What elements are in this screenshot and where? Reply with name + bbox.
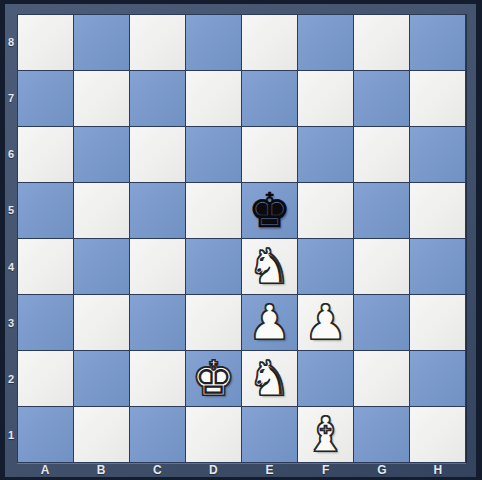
chess-board-window: 87654321 ♚♞♟♟♚♞♝ ABCDEFGH	[0, 0, 482, 480]
square-e5[interactable]: ♚	[242, 183, 297, 238]
rank-label-6: 6	[5, 126, 17, 182]
piece-white-king[interactable]: ♚	[186, 351, 241, 406]
square-d7[interactable]	[186, 71, 241, 126]
square-a8[interactable]	[18, 15, 73, 70]
square-b5[interactable]	[74, 183, 129, 238]
file-label-c: C	[129, 463, 185, 477]
board-frame: 87654321 ♚♞♟♟♚♞♝ ABCDEFGH	[5, 4, 476, 477]
square-g3[interactable]	[354, 295, 409, 350]
square-f2[interactable]	[298, 351, 353, 406]
square-d1[interactable]	[186, 407, 241, 462]
square-a1[interactable]	[18, 407, 73, 462]
square-h5[interactable]	[410, 183, 465, 238]
square-g4[interactable]	[354, 239, 409, 294]
square-f7[interactable]	[298, 71, 353, 126]
square-c8[interactable]	[130, 15, 185, 70]
square-c2[interactable]	[130, 351, 185, 406]
square-b6[interactable]	[74, 127, 129, 182]
square-e1[interactable]	[242, 407, 297, 462]
square-d6[interactable]	[186, 127, 241, 182]
file-labels: ABCDEFGH	[17, 463, 466, 477]
chess-board: ♚♞♟♟♚♞♝	[17, 14, 466, 463]
square-d2[interactable]: ♚	[186, 351, 241, 406]
square-d3[interactable]	[186, 295, 241, 350]
piece-white-knight[interactable]: ♞	[242, 351, 297, 406]
piece-black-king[interactable]: ♚	[242, 183, 297, 238]
square-a4[interactable]	[18, 239, 73, 294]
square-b1[interactable]	[74, 407, 129, 462]
square-e7[interactable]	[242, 71, 297, 126]
square-g5[interactable]	[354, 183, 409, 238]
rank-label-3: 3	[5, 295, 17, 351]
square-g8[interactable]	[354, 15, 409, 70]
square-a7[interactable]	[18, 71, 73, 126]
piece-white-knight[interactable]: ♞	[242, 239, 297, 294]
square-e3[interactable]: ♟	[242, 295, 297, 350]
square-f5[interactable]	[298, 183, 353, 238]
square-d8[interactable]	[186, 15, 241, 70]
rank-label-8: 8	[5, 14, 17, 70]
square-a3[interactable]	[18, 295, 73, 350]
square-e6[interactable]	[242, 127, 297, 182]
square-g6[interactable]	[354, 127, 409, 182]
square-h7[interactable]	[410, 71, 465, 126]
square-a6[interactable]	[18, 127, 73, 182]
file-label-f: F	[298, 463, 354, 477]
square-h1[interactable]	[410, 407, 465, 462]
square-g2[interactable]	[354, 351, 409, 406]
square-f6[interactable]	[298, 127, 353, 182]
square-b3[interactable]	[74, 295, 129, 350]
file-label-a: A	[17, 463, 73, 477]
square-b8[interactable]	[74, 15, 129, 70]
square-h3[interactable]	[410, 295, 465, 350]
square-c3[interactable]	[130, 295, 185, 350]
square-e4[interactable]: ♞	[242, 239, 297, 294]
piece-white-pawn[interactable]: ♟	[242, 295, 297, 350]
file-label-d: D	[185, 463, 241, 477]
square-f3[interactable]: ♟	[298, 295, 353, 350]
square-c5[interactable]	[130, 183, 185, 238]
file-label-g: G	[354, 463, 410, 477]
square-d4[interactable]	[186, 239, 241, 294]
square-g1[interactable]	[354, 407, 409, 462]
square-f8[interactable]	[298, 15, 353, 70]
file-label-e: E	[242, 463, 298, 477]
square-h8[interactable]	[410, 15, 465, 70]
square-c7[interactable]	[130, 71, 185, 126]
square-e2[interactable]: ♞	[242, 351, 297, 406]
piece-white-bishop[interactable]: ♝	[298, 407, 353, 462]
square-b7[interactable]	[74, 71, 129, 126]
file-label-h: H	[410, 463, 466, 477]
square-d5[interactable]	[186, 183, 241, 238]
rank-labels: 87654321	[5, 14, 17, 463]
square-c4[interactable]	[130, 239, 185, 294]
square-f1[interactable]: ♝	[298, 407, 353, 462]
square-h4[interactable]	[410, 239, 465, 294]
square-e8[interactable]	[242, 15, 297, 70]
square-c6[interactable]	[130, 127, 185, 182]
square-f4[interactable]	[298, 239, 353, 294]
square-g7[interactable]	[354, 71, 409, 126]
square-h6[interactable]	[410, 127, 465, 182]
square-c1[interactable]	[130, 407, 185, 462]
square-h2[interactable]	[410, 351, 465, 406]
rank-label-7: 7	[5, 70, 17, 126]
square-b4[interactable]	[74, 239, 129, 294]
file-label-b: B	[73, 463, 129, 477]
square-a2[interactable]	[18, 351, 73, 406]
square-a5[interactable]	[18, 183, 73, 238]
rank-label-2: 2	[5, 351, 17, 407]
piece-white-pawn[interactable]: ♟	[298, 295, 353, 350]
rank-label-5: 5	[5, 182, 17, 238]
square-b2[interactable]	[74, 351, 129, 406]
rank-label-1: 1	[5, 407, 17, 463]
rank-label-4: 4	[5, 239, 17, 295]
